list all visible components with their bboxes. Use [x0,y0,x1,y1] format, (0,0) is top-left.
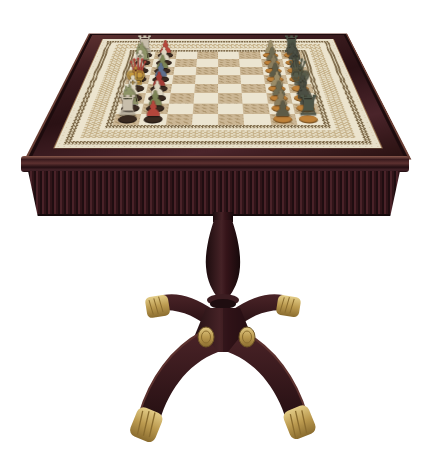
chess-piece-wP: ♟ [139,98,168,119]
back-right-toe-cap [276,294,302,317]
table-top: ♜♟♟♜♞♟♟♞♝♟♟♝♛♟♟♛♚♟♟♚♝♟♟♝♞♟♟♞♜♟♟♜ [24,34,411,160]
column-baluster [206,220,240,297]
brass-medallion-right [239,327,255,347]
table-edge-molding [21,156,409,172]
brass-medallion-left [198,327,214,347]
chess-piece-bR: ♜ [294,92,323,120]
reeded-apron [28,171,400,216]
back-left-toe-cap [145,294,171,318]
chess-table-photo: ♜♟♟♜♞♟♟♞♝♟♟♝♛♟♟♛♚♟♟♚♝♟♟♝♞♟♟♞♜♟♟♜ [0,0,426,470]
pieces-layer: ♜♟♟♜♞♟♟♞♝♟♟♝♛♟♟♛♚♟♟♚♝♟♟♝♞♟♟♞♜♟♟♜ [112,52,323,126]
chess-piece-wR: ♜ [113,92,142,120]
pedestal-and-legs [0,212,426,470]
